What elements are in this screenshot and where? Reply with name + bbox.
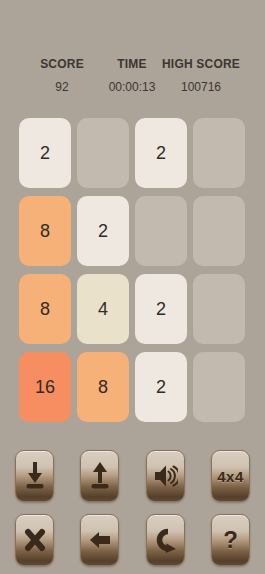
score-panel: SCORE 92: [27, 58, 97, 93]
score-value: 92: [27, 81, 97, 93]
tile-2: 2: [19, 118, 71, 188]
tile-4: 4: [77, 274, 129, 344]
refresh-icon: [152, 523, 178, 557]
grid-size-button[interactable]: 4x4: [211, 450, 250, 502]
restart-button[interactable]: [146, 514, 185, 566]
empty-cell: [135, 196, 187, 266]
empty-cell: [193, 118, 245, 188]
tile-2: 2: [135, 274, 187, 344]
quit-button[interactable]: [15, 514, 54, 566]
tile-8: 8: [19, 274, 71, 344]
high-score-panel: HIGH SCORE 100716: [155, 58, 247, 93]
empty-cell: [77, 118, 129, 188]
score-label: SCORE: [27, 58, 97, 70]
tile-8: 8: [19, 196, 71, 266]
empty-cell: [193, 352, 245, 422]
empty-cell: [193, 196, 245, 266]
tile-2: 2: [135, 118, 187, 188]
help-button[interactable]: ?: [211, 514, 250, 566]
sound-button[interactable]: [146, 450, 185, 502]
speaker-icon: [152, 459, 178, 493]
grid-size-label: 4x4: [217, 468, 244, 485]
high-score-label: HIGH SCORE: [155, 58, 247, 70]
move-up-button[interactable]: [80, 450, 119, 502]
tile-2: 2: [135, 352, 187, 422]
empty-cell: [193, 274, 245, 344]
game-screen: SCORE 92 TIME 00:00:13 HIGH SCORE 100716…: [0, 0, 265, 574]
controls-row-2: ?: [0, 514, 265, 566]
tile-2: 2: [77, 196, 129, 266]
arrow-up-from-bar-icon: [87, 459, 113, 493]
undo-button[interactable]: [80, 514, 119, 566]
tile-8: 8: [77, 352, 129, 422]
help-label: ?: [223, 526, 238, 554]
x-icon: [22, 523, 48, 557]
arrow-left-icon: [87, 523, 113, 557]
move-down-button[interactable]: [15, 450, 54, 502]
high-score-value: 100716: [155, 81, 247, 93]
tile-16: 16: [19, 352, 71, 422]
board[interactable]: 22828421682: [19, 118, 245, 422]
controls-row-1: 4x4: [0, 450, 265, 502]
scoreboard: SCORE 92 TIME 00:00:13 HIGH SCORE 100716: [0, 0, 265, 100]
arrow-down-to-bar-icon: [22, 459, 48, 493]
